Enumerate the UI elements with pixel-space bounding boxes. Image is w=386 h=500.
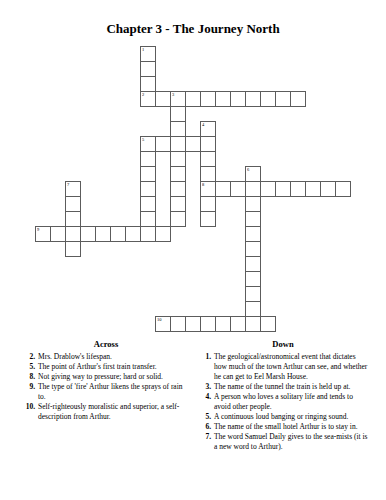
grid-cell[interactable] — [170, 166, 186, 182]
grid-cell[interactable] — [245, 241, 261, 257]
grid-cell[interactable] — [170, 106, 186, 122]
grid-cell[interactable] — [200, 316, 216, 332]
cell-number: 7 — [67, 182, 69, 187]
grid-cell[interactable] — [65, 211, 81, 227]
across-clue-list: 2.Mrs. Drablow's lifespan.5.The point of… — [20, 352, 192, 422]
clue-item: 5.The point of Arthur's first train tran… — [20, 362, 192, 372]
grid-cell[interactable] — [170, 121, 186, 137]
grid-cell[interactable] — [245, 196, 261, 212]
grid-cell[interactable] — [170, 181, 186, 197]
grid-cell[interactable] — [140, 166, 156, 182]
across-clues: Across 2.Mrs. Drablow's lifespan.5.The p… — [20, 339, 192, 422]
cell-number: 9 — [37, 227, 39, 232]
clue-item: 3.The name of the tunnel the train is he… — [196, 382, 370, 392]
clue-number: 5. — [20, 362, 35, 372]
grid-cell[interactable] — [200, 91, 216, 107]
grid-cell[interactable] — [95, 226, 111, 242]
clue-item: 2.Mrs. Drablow's lifespan. — [20, 352, 192, 362]
grid-cell[interactable] — [215, 91, 231, 107]
grid-cell[interactable]: 1 — [140, 46, 156, 62]
grid-cell[interactable] — [290, 91, 306, 107]
grid-cell[interactable] — [215, 316, 231, 332]
grid-cell[interactable]: 10 — [155, 316, 171, 332]
across-header: Across — [20, 339, 192, 349]
grid-cell[interactable] — [125, 226, 141, 242]
grid-cell[interactable] — [230, 91, 246, 107]
clue-number: 4. — [196, 392, 211, 412]
grid-cell[interactable] — [140, 151, 156, 167]
grid-cell[interactable]: 2 — [140, 91, 156, 107]
clue-number: 6. — [196, 422, 211, 432]
grid-cell[interactable] — [230, 181, 246, 197]
crossword-page: Chapter 3 - The Journey North 1234567891… — [0, 0, 386, 500]
grid-cell[interactable] — [335, 181, 351, 197]
grid-cell[interactable] — [245, 256, 261, 272]
grid-cell[interactable] — [140, 61, 156, 77]
grid-cell[interactable] — [320, 181, 336, 197]
grid-cell[interactable] — [245, 181, 261, 197]
grid-cell[interactable]: 3 — [170, 91, 186, 107]
grid-cell[interactable]: 9 — [35, 226, 51, 242]
cell-number: 8 — [202, 182, 204, 187]
grid-cell[interactable] — [260, 181, 276, 197]
clue-text: The type of 'fire' Arthur likens the spr… — [38, 382, 192, 402]
grid-cell[interactable] — [170, 196, 186, 212]
down-clue-list: 1.The geological/astronomical event that… — [196, 352, 370, 452]
cell-number: 2 — [142, 92, 144, 97]
grid-cell[interactable] — [245, 286, 261, 302]
clue-text: The word Samuel Daily gives to the sea-m… — [214, 432, 370, 452]
cell-number: 4 — [202, 122, 204, 127]
clue-text: Self-righteously moralistic and superior… — [38, 402, 192, 422]
grid-cell[interactable] — [245, 316, 261, 332]
grid-cell[interactable] — [200, 166, 216, 182]
clue-number: 10. — [20, 402, 35, 422]
grid-cell[interactable] — [170, 136, 186, 152]
grid-cell[interactable] — [245, 301, 261, 317]
clue-item: 4.A person who loves a solitary life and… — [196, 392, 370, 412]
grid-cell[interactable] — [65, 226, 81, 242]
clue-text: The name of the tunnel the train is held… — [214, 382, 370, 392]
grid-cell[interactable] — [140, 196, 156, 212]
grid-cell[interactable] — [230, 316, 246, 332]
grid-cell[interactable] — [200, 211, 216, 227]
grid-cell[interactable] — [170, 151, 186, 167]
grid-cell[interactable]: 7 — [65, 181, 81, 197]
grid-cell[interactable] — [215, 181, 231, 197]
down-header: Down — [196, 339, 370, 349]
clue-item: 9.The type of 'fire' Arthur likens the s… — [20, 382, 192, 402]
grid-cell[interactable] — [185, 136, 201, 152]
cell-number: 1 — [142, 47, 144, 52]
down-clues: Down 1.The geological/astronomical event… — [196, 339, 370, 452]
clue-number: 9. — [20, 382, 35, 402]
clue-text: Mrs. Drablow's lifespan. — [38, 352, 192, 362]
clue-item: 7.The word Samuel Daily gives to the sea… — [196, 432, 370, 452]
grid-cell[interactable] — [245, 91, 261, 107]
grid-cell[interactable] — [140, 181, 156, 197]
grid-cell[interactable] — [260, 91, 276, 107]
grid-cell[interactable] — [200, 136, 216, 152]
clue-number: 8. — [20, 372, 35, 382]
clue-text: The name of the small hotel Arthur is to… — [214, 422, 370, 432]
grid-cell[interactable] — [80, 226, 96, 242]
grid-cell[interactable] — [140, 76, 156, 92]
grid-cell[interactable] — [275, 181, 291, 197]
grid-cell[interactable] — [170, 316, 186, 332]
cell-number: 5 — [142, 137, 144, 142]
clue-number: 7. — [196, 432, 211, 452]
grid-cell[interactable] — [140, 211, 156, 227]
grid-cell[interactable] — [200, 151, 216, 167]
clue-number: 3. — [196, 382, 211, 392]
grid-cell[interactable] — [305, 181, 321, 197]
cell-number: 6 — [247, 167, 249, 172]
clue-item: 1.The geological/astronomical event that… — [196, 352, 370, 382]
grid-cell[interactable]: 5 — [140, 136, 156, 152]
grid-cell[interactable] — [155, 226, 171, 242]
cell-number: 3 — [172, 92, 174, 97]
grid-cell[interactable] — [110, 226, 126, 242]
clue-text: A continuous loud banging or ringing sou… — [214, 412, 370, 422]
grid-cell[interactable] — [65, 241, 81, 257]
crossword-grid: 12345678910 — [35, 46, 351, 332]
grid-cell[interactable] — [275, 91, 291, 107]
grid-cell[interactable] — [260, 316, 276, 332]
grid-cell[interactable] — [245, 226, 261, 242]
clue-text: A person who loves a solitary life and t… — [214, 392, 370, 412]
grid-cell[interactable] — [290, 181, 306, 197]
grid-cell[interactable] — [155, 91, 171, 107]
clue-item: 10.Self-righteously moralistic and super… — [20, 402, 192, 422]
grid-cell[interactable]: 8 — [200, 181, 216, 197]
clue-text: The point of Arthur's first train transf… — [38, 362, 192, 372]
clue-text: The geological/astronomical event that d… — [214, 352, 370, 382]
grid-cell[interactable] — [65, 196, 81, 212]
clue-number: 1. — [196, 352, 211, 382]
puzzle-title: Chapter 3 - The Journey North — [0, 21, 386, 37]
grid-cell[interactable] — [245, 211, 261, 227]
clue-number: 5. — [196, 412, 211, 422]
grid-cell[interactable] — [170, 211, 186, 227]
clue-item: 6.The name of the small hotel Arthur is … — [196, 422, 370, 432]
cell-number: 10 — [157, 317, 162, 322]
grid-cell[interactable]: 6 — [245, 166, 261, 182]
clue-item: 8.Not giving way to pressure; hard or so… — [20, 372, 192, 382]
clue-item: 5.A continuous loud banging or ringing s… — [196, 412, 370, 422]
grid-cell[interactable] — [140, 226, 156, 242]
clue-number: 2. — [20, 352, 35, 362]
grid-cell[interactable] — [185, 316, 201, 332]
grid-cell[interactable] — [185, 91, 201, 107]
clue-text: Not giving way to pressure; hard or soli… — [38, 372, 192, 382]
grid-cell[interactable] — [50, 226, 66, 242]
grid-cell[interactable] — [245, 271, 261, 287]
grid-cell[interactable] — [155, 136, 171, 152]
grid-cell[interactable]: 4 — [200, 121, 216, 137]
grid-cell[interactable] — [200, 196, 216, 212]
